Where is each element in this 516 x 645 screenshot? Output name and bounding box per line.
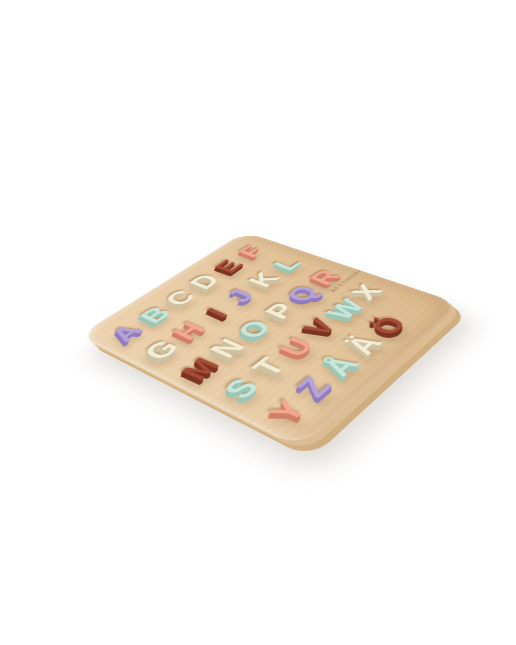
product-photo: ABCDEFGHIJKLMNOPQRSTUVWXYZÅÄÖ KID'S CONC… bbox=[0, 0, 516, 645]
puzzle-board: ABCDEFGHIJKLMNOPQRSTUVWXYZÅÄÖ KID'S CONC… bbox=[78, 232, 460, 449]
letter-grid: ABCDEFGHIJKLMNOPQRSTUVWXYZÅÄÖ bbox=[95, 239, 444, 435]
